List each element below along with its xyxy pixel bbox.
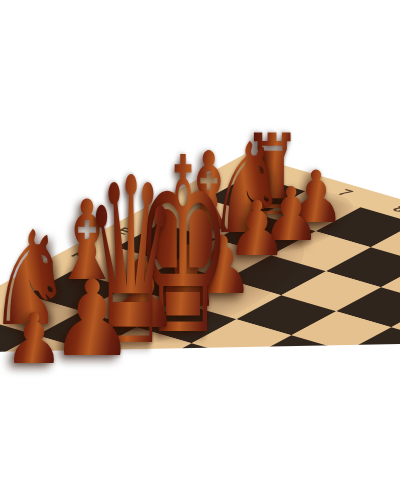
- piece-pawn: ♟: [4, 304, 64, 374]
- chess-product-photo: 78EFG ♞♟♟♝♛♚♟♟♟♝♞♜♟♟♟: [0, 0, 400, 480]
- pieces-layer: ♞♟♟♝♛♚♟♟♟♝♞♜♟♟♟: [0, 0, 400, 480]
